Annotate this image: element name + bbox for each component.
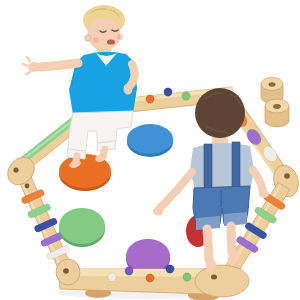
screw-hole — [284, 173, 290, 179]
stepping-disc-green — [59, 208, 105, 247]
wooden-cylinder — [265, 99, 289, 127]
arm — [253, 170, 263, 191]
stepping-disc-blue — [127, 124, 173, 157]
overall-strap — [204, 144, 212, 190]
beam-knob — [125, 267, 133, 275]
balance-beam-scene — [0, 0, 300, 300]
beam-knob — [146, 274, 154, 282]
arm — [160, 172, 192, 208]
arm — [130, 64, 135, 86]
screw-hole — [13, 167, 18, 172]
screw-hole — [63, 268, 69, 274]
corner-joint — [56, 259, 80, 285]
overall-strap — [232, 142, 240, 190]
fingers — [23, 57, 30, 74]
arm — [40, 63, 78, 67]
leg — [103, 149, 105, 155]
leg — [207, 229, 209, 260]
beam-knob — [164, 88, 172, 96]
beam-knob — [146, 95, 154, 103]
beam-knob — [183, 273, 191, 281]
beam-knob — [108, 273, 116, 281]
hand — [28, 62, 40, 72]
screw-hole — [25, 184, 30, 189]
face — [88, 18, 121, 51]
screw-hole — [211, 275, 217, 280]
hand — [153, 207, 163, 216]
corner-joint — [195, 265, 249, 297]
leg — [231, 226, 232, 252]
ear-icon — [85, 35, 91, 41]
mouth — [107, 39, 115, 44]
product-photo — [0, 0, 300, 300]
hand — [259, 190, 269, 198]
beam-knob — [166, 265, 174, 273]
hand — [124, 84, 133, 95]
hair — [195, 88, 245, 138]
t-shirt — [190, 143, 254, 193]
pants — [67, 111, 133, 159]
beam-knob — [182, 92, 190, 100]
